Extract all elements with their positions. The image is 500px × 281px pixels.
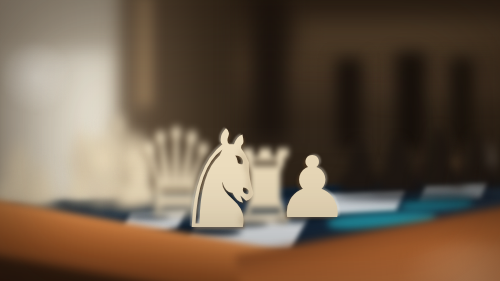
black-pawn-5-piece: ♟ bbox=[480, 129, 500, 195]
chess-photo-scene: ♟ ♟ ♝ ♚ ♟ ♛ ♞ ♜ ♟ ♟ ♟ ♟ ♟ ♟ bbox=[0, 0, 500, 281]
